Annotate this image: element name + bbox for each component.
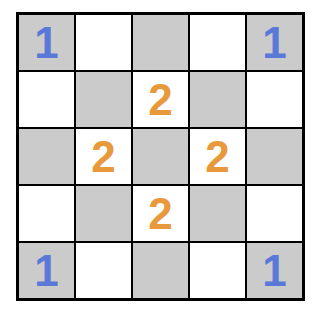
grid-cell-r3c2[interactable]: 2 [133,186,188,241]
grid-cell-r1c1[interactable] [76,72,131,127]
grid-cell-r4c1[interactable] [76,243,131,298]
grid-cell-r4c4[interactable]: 1 [247,243,302,298]
grid-cell-r1c2[interactable]: 2 [133,72,188,127]
grid-cell-r2c1[interactable]: 2 [76,129,131,184]
grid-cell-r4c2[interactable] [133,243,188,298]
puzzle-board: 11222211 [16,12,305,301]
grid-cell-r4c0[interactable]: 1 [19,243,74,298]
grid-cell-r2c3[interactable]: 2 [190,129,245,184]
grid-cell-r0c1[interactable] [76,15,131,70]
grid-cell-r4c3[interactable] [190,243,245,298]
grid-cell-r3c4[interactable] [247,186,302,241]
grid-cell-r2c0[interactable] [19,129,74,184]
grid-cell-r1c3[interactable] [190,72,245,127]
grid-cell-r0c3[interactable] [190,15,245,70]
grid-cell-r0c4[interactable]: 1 [247,15,302,70]
grid-cell-r3c0[interactable] [19,186,74,241]
grid-cell-r0c0[interactable]: 1 [19,15,74,70]
grid-cell-r2c2[interactable] [133,129,188,184]
grid-cell-r3c1[interactable] [76,186,131,241]
grid-cell-r1c4[interactable] [247,72,302,127]
grid-cell-r0c2[interactable] [133,15,188,70]
grid-cell-r1c0[interactable] [19,72,74,127]
grid-cell-r3c3[interactable] [190,186,245,241]
grid-cell-r2c4[interactable] [247,129,302,184]
